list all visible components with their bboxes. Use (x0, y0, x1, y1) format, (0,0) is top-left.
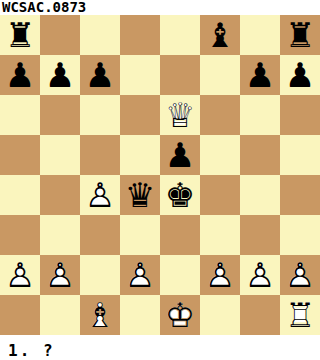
piece-black-rook: ♜ (0, 15, 40, 55)
piece-black-king: ♚ (160, 175, 200, 215)
piece-white-pawn: ♙ (120, 255, 160, 295)
square-h8[interactable]: ♜ (280, 15, 320, 55)
square-a5[interactable] (0, 135, 40, 175)
piece-black-bishop: ♝ (200, 15, 240, 55)
square-h5[interactable] (280, 135, 320, 175)
piece-black-pawn: ♟ (0, 55, 40, 95)
piece-white-pawn: ♙ (0, 255, 40, 295)
square-e1[interactable]: ♚♔ (160, 295, 200, 335)
puzzle-title: WCSAC.0873 (0, 0, 320, 15)
square-c4[interactable]: ♟♙ (80, 175, 120, 215)
piece-black-pawn: ♟ (80, 55, 120, 95)
square-f5[interactable] (200, 135, 240, 175)
piece-black-pawn: ♟ (40, 55, 80, 95)
piece-white-pawn: ♙ (200, 255, 240, 295)
piece-white-pawn: ♙ (280, 255, 320, 295)
square-d2[interactable]: ♟♙ (120, 255, 160, 295)
square-d3[interactable] (120, 215, 160, 255)
square-b1[interactable] (40, 295, 80, 335)
square-g8[interactable] (240, 15, 280, 55)
square-h3[interactable] (280, 215, 320, 255)
piece-white-bishop: ♗ (80, 295, 120, 335)
square-d4[interactable]: ♛ (120, 175, 160, 215)
piece-black-pawn: ♟ (240, 55, 280, 95)
chess-puzzle-page: WCSAC.0873 ♜♝♜♟♟♟♟♟♛♕♟♟♙♛♚♟♙♟♙♟♙♟♙♟♙♟♙♝♗… (0, 0, 320, 360)
square-b5[interactable] (40, 135, 80, 175)
square-a3[interactable] (0, 215, 40, 255)
square-g4[interactable] (240, 175, 280, 215)
piece-white-queen-fill: ♛ (160, 95, 200, 135)
piece-white-rook-fill: ♜ (280, 295, 320, 335)
square-f2[interactable]: ♟♙ (200, 255, 240, 295)
square-b8[interactable] (40, 15, 80, 55)
square-c1[interactable]: ♝♗ (80, 295, 120, 335)
piece-white-pawn-fill: ♟ (240, 255, 280, 295)
piece-black-pawn: ♟ (160, 135, 200, 175)
square-a8[interactable]: ♜ (0, 15, 40, 55)
square-c3[interactable] (80, 215, 120, 255)
square-h6[interactable] (280, 95, 320, 135)
square-d5[interactable] (120, 135, 160, 175)
piece-white-king-fill: ♚ (160, 295, 200, 335)
square-g6[interactable] (240, 95, 280, 135)
square-c8[interactable] (80, 15, 120, 55)
chess-board: ♜♝♜♟♟♟♟♟♛♕♟♟♙♛♚♟♙♟♙♟♙♟♙♟♙♟♙♝♗♚♔♜♖ (0, 15, 320, 335)
square-a2[interactable]: ♟♙ (0, 255, 40, 295)
piece-white-pawn-fill: ♟ (200, 255, 240, 295)
piece-white-pawn-fill: ♟ (0, 255, 40, 295)
piece-white-pawn-fill: ♟ (280, 255, 320, 295)
square-f3[interactable] (200, 215, 240, 255)
square-a1[interactable] (0, 295, 40, 335)
square-e2[interactable] (160, 255, 200, 295)
square-c5[interactable] (80, 135, 120, 175)
square-e3[interactable] (160, 215, 200, 255)
square-f4[interactable] (200, 175, 240, 215)
square-a6[interactable] (0, 95, 40, 135)
piece-black-rook: ♜ (280, 15, 320, 55)
piece-white-pawn: ♙ (240, 255, 280, 295)
square-h7[interactable]: ♟ (280, 55, 320, 95)
square-h2[interactable]: ♟♙ (280, 255, 320, 295)
square-e8[interactable] (160, 15, 200, 55)
square-d1[interactable] (120, 295, 160, 335)
piece-white-king: ♔ (160, 295, 200, 335)
piece-black-queen: ♛ (120, 175, 160, 215)
square-e6[interactable]: ♛♕ (160, 95, 200, 135)
square-f1[interactable] (200, 295, 240, 335)
piece-white-bishop-fill: ♝ (80, 295, 120, 335)
square-d6[interactable] (120, 95, 160, 135)
square-g7[interactable]: ♟ (240, 55, 280, 95)
piece-white-rook: ♖ (280, 295, 320, 335)
square-c7[interactable]: ♟ (80, 55, 120, 95)
square-b4[interactable] (40, 175, 80, 215)
piece-white-queen: ♕ (160, 95, 200, 135)
square-g3[interactable] (240, 215, 280, 255)
square-g5[interactable] (240, 135, 280, 175)
square-h1[interactable]: ♜♖ (280, 295, 320, 335)
square-f6[interactable] (200, 95, 240, 135)
square-c6[interactable] (80, 95, 120, 135)
square-e4[interactable]: ♚ (160, 175, 200, 215)
move-prompt: 1. ? (0, 341, 320, 360)
square-e5[interactable]: ♟ (160, 135, 200, 175)
square-a7[interactable]: ♟ (0, 55, 40, 95)
piece-white-pawn: ♙ (80, 175, 120, 215)
piece-black-pawn: ♟ (280, 55, 320, 95)
square-b2[interactable]: ♟♙ (40, 255, 80, 295)
square-g2[interactable]: ♟♙ (240, 255, 280, 295)
square-d7[interactable] (120, 55, 160, 95)
square-b3[interactable] (40, 215, 80, 255)
square-h4[interactable] (280, 175, 320, 215)
square-e7[interactable] (160, 55, 200, 95)
square-c2[interactable] (80, 255, 120, 295)
square-g1[interactable] (240, 295, 280, 335)
square-f7[interactable] (200, 55, 240, 95)
piece-white-pawn-fill: ♟ (40, 255, 80, 295)
piece-white-pawn-fill: ♟ (80, 175, 120, 215)
square-a4[interactable] (0, 175, 40, 215)
square-b7[interactable]: ♟ (40, 55, 80, 95)
square-b6[interactable] (40, 95, 80, 135)
square-f8[interactable]: ♝ (200, 15, 240, 55)
square-d8[interactable] (120, 15, 160, 55)
piece-white-pawn: ♙ (40, 255, 80, 295)
piece-white-pawn-fill: ♟ (120, 255, 160, 295)
